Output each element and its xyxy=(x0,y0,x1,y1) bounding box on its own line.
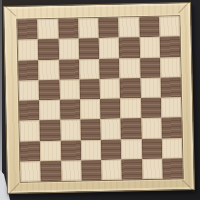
board-square-b8 xyxy=(38,19,59,40)
board-square-h1 xyxy=(162,158,183,179)
frame-miter-top-right xyxy=(178,0,190,13)
board-square-f2 xyxy=(121,139,142,160)
board-square-b5 xyxy=(39,80,60,101)
board-square-f5 xyxy=(120,78,141,99)
board-square-g2 xyxy=(141,138,162,159)
board-square-d5 xyxy=(79,79,100,100)
board-square-d2 xyxy=(81,139,102,160)
board-square-g7 xyxy=(139,37,160,58)
board-square-c5 xyxy=(59,79,80,100)
board-square-f8 xyxy=(119,17,140,38)
board-square-b2 xyxy=(40,140,61,161)
board-square-c8 xyxy=(58,18,79,39)
board-square-a4 xyxy=(19,100,40,121)
board-square-h5 xyxy=(160,77,181,98)
frame-miter-bottom-left xyxy=(7,183,19,196)
board-square-g8 xyxy=(139,17,160,38)
board-square-c7 xyxy=(58,39,79,60)
board-square-d4 xyxy=(80,99,101,120)
board-square-d1 xyxy=(81,160,102,181)
board-square-h4 xyxy=(161,97,182,118)
board-square-d8 xyxy=(78,18,99,39)
board-square-b1 xyxy=(41,161,62,182)
board-square-e8 xyxy=(98,18,119,39)
board-square-a3 xyxy=(19,120,40,141)
board-square-h7 xyxy=(159,37,180,58)
board-square-c1 xyxy=(61,160,82,181)
board-square-e7 xyxy=(99,38,120,59)
board-square-a8 xyxy=(17,19,38,40)
board-square-d7 xyxy=(79,38,100,59)
board-square-f6 xyxy=(119,58,140,79)
frame-miter-bottom-right xyxy=(182,179,195,191)
board-square-c6 xyxy=(59,59,80,80)
board-square-d6 xyxy=(79,58,100,79)
board-square-a2 xyxy=(20,141,41,162)
board-square-e1 xyxy=(101,159,122,180)
board-square-b4 xyxy=(39,100,60,121)
board-square-a6 xyxy=(18,60,39,81)
board-square-h8 xyxy=(159,16,180,37)
board-square-g1 xyxy=(142,158,163,179)
board-square-h6 xyxy=(160,57,181,78)
board-square-c3 xyxy=(60,120,81,141)
board-square-a1 xyxy=(20,161,41,182)
board-square-e3 xyxy=(100,119,121,140)
frame-miter-top-left xyxy=(3,4,16,16)
board-square-g3 xyxy=(141,118,162,139)
board-square-g4 xyxy=(141,98,162,119)
board-square-f3 xyxy=(121,118,142,139)
board-square-f4 xyxy=(120,98,141,119)
left-edge-highlight xyxy=(0,0,2,200)
board-square-f7 xyxy=(119,37,140,58)
photo-background xyxy=(0,0,200,200)
board-square-e4 xyxy=(100,99,121,120)
board-square-e5 xyxy=(100,78,121,99)
chess-board xyxy=(3,2,195,194)
board-square-f1 xyxy=(122,159,143,180)
board-square-b6 xyxy=(38,59,59,80)
board-square-e2 xyxy=(101,139,122,160)
board-square-d3 xyxy=(80,119,101,140)
board-square-c4 xyxy=(60,99,81,120)
board-grid xyxy=(16,15,183,182)
board-square-e6 xyxy=(99,58,120,79)
board-square-h3 xyxy=(161,118,182,139)
board-square-b3 xyxy=(40,120,61,141)
board-square-a7 xyxy=(18,40,39,61)
board-square-h2 xyxy=(162,138,183,159)
board-square-a5 xyxy=(19,80,40,101)
board-square-g5 xyxy=(140,77,161,98)
board-square-b7 xyxy=(38,39,59,60)
board-square-g6 xyxy=(140,57,161,78)
board-square-c2 xyxy=(60,140,81,161)
